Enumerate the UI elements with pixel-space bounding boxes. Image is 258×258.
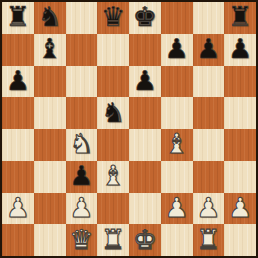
square-d1[interactable]: ♜ [97, 224, 129, 256]
square-d4[interactable] [97, 129, 129, 161]
square-e7[interactable] [129, 34, 161, 66]
piece-white-rook[interactable]: ♜ [196, 226, 220, 253]
square-h8[interactable]: ♜ [224, 2, 256, 34]
square-d6[interactable] [97, 66, 129, 98]
square-d3[interactable]: ♝ [97, 161, 129, 193]
square-b3[interactable] [34, 161, 66, 193]
square-c7[interactable] [66, 34, 98, 66]
square-c5[interactable] [66, 97, 98, 129]
square-b4[interactable] [34, 129, 66, 161]
square-d8[interactable]: ♛ [97, 2, 129, 34]
piece-white-queen[interactable]: ♛ [69, 226, 93, 253]
piece-black-queen[interactable]: ♛ [101, 3, 125, 30]
piece-black-bishop[interactable]: ♝ [38, 35, 62, 62]
piece-black-rook[interactable]: ♜ [6, 3, 30, 30]
square-f7[interactable]: ♟ [161, 34, 193, 66]
square-g3[interactable] [193, 161, 225, 193]
piece-black-rook[interactable]: ♜ [228, 3, 252, 30]
square-d7[interactable] [97, 34, 129, 66]
square-h4[interactable] [224, 129, 256, 161]
square-f3[interactable] [161, 161, 193, 193]
square-g1[interactable]: ♜ [193, 224, 225, 256]
square-a3[interactable] [2, 161, 34, 193]
square-e4[interactable] [129, 129, 161, 161]
square-a6[interactable]: ♟ [2, 66, 34, 98]
square-g8[interactable] [193, 2, 225, 34]
square-b7[interactable]: ♝ [34, 34, 66, 66]
square-f1[interactable] [161, 224, 193, 256]
square-c6[interactable] [66, 66, 98, 98]
piece-black-pawn[interactable]: ♟ [196, 35, 220, 62]
square-g7[interactable]: ♟ [193, 34, 225, 66]
square-d5[interactable]: ♞ [97, 97, 129, 129]
square-c2[interactable]: ♟ [66, 193, 98, 225]
square-b1[interactable] [34, 224, 66, 256]
square-h1[interactable] [224, 224, 256, 256]
piece-black-king[interactable]: ♚ [133, 3, 157, 30]
piece-white-king[interactable]: ♚ [133, 226, 157, 253]
square-c3[interactable]: ♟ [66, 161, 98, 193]
square-f5[interactable] [161, 97, 193, 129]
square-e6[interactable]: ♟ [129, 66, 161, 98]
square-g6[interactable] [193, 66, 225, 98]
piece-white-bishop[interactable]: ♝ [165, 130, 189, 157]
piece-white-knight[interactable]: ♞ [69, 130, 93, 157]
piece-black-knight[interactable]: ♞ [101, 99, 125, 126]
square-e5[interactable] [129, 97, 161, 129]
square-e2[interactable] [129, 193, 161, 225]
piece-black-pawn[interactable]: ♟ [165, 35, 189, 62]
square-b5[interactable] [34, 97, 66, 129]
square-a1[interactable] [2, 224, 34, 256]
square-h5[interactable] [224, 97, 256, 129]
square-b6[interactable] [34, 66, 66, 98]
square-g4[interactable] [193, 129, 225, 161]
square-h2[interactable]: ♟ [224, 193, 256, 225]
square-g2[interactable]: ♟ [193, 193, 225, 225]
square-a7[interactable] [2, 34, 34, 66]
square-c1[interactable]: ♛ [66, 224, 98, 256]
square-f2[interactable]: ♟ [161, 193, 193, 225]
piece-white-pawn[interactable]: ♟ [165, 194, 189, 221]
chess-board: ♜♞♛♚♜♝♟♟♟♟♟♞♞♝♟♝♟♟♟♟♟♛♜♚♜ [0, 0, 258, 258]
piece-black-pawn[interactable]: ♟ [133, 67, 157, 94]
square-e3[interactable] [129, 161, 161, 193]
piece-black-pawn[interactable]: ♟ [228, 35, 252, 62]
square-f6[interactable] [161, 66, 193, 98]
piece-black-pawn[interactable]: ♟ [6, 67, 30, 94]
square-d2[interactable] [97, 193, 129, 225]
piece-black-knight[interactable]: ♞ [38, 3, 62, 30]
square-b8[interactable]: ♞ [34, 2, 66, 34]
square-c4[interactable]: ♞ [66, 129, 98, 161]
square-h3[interactable] [224, 161, 256, 193]
piece-white-pawn[interactable]: ♟ [6, 194, 30, 221]
piece-black-pawn[interactable]: ♟ [69, 162, 93, 189]
piece-white-rook[interactable]: ♜ [101, 226, 125, 253]
square-c8[interactable] [66, 2, 98, 34]
square-e1[interactable]: ♚ [129, 224, 161, 256]
square-f4[interactable]: ♝ [161, 129, 193, 161]
square-f8[interactable] [161, 2, 193, 34]
piece-white-pawn[interactable]: ♟ [196, 194, 220, 221]
piece-white-pawn[interactable]: ♟ [69, 194, 93, 221]
square-a4[interactable] [2, 129, 34, 161]
square-a2[interactable]: ♟ [2, 193, 34, 225]
square-e8[interactable]: ♚ [129, 2, 161, 34]
square-a8[interactable]: ♜ [2, 2, 34, 34]
piece-white-pawn[interactable]: ♟ [228, 194, 252, 221]
square-b2[interactable] [34, 193, 66, 225]
square-g5[interactable] [193, 97, 225, 129]
square-h6[interactable] [224, 66, 256, 98]
piece-white-bishop[interactable]: ♝ [101, 162, 125, 189]
square-a5[interactable] [2, 97, 34, 129]
square-h7[interactable]: ♟ [224, 34, 256, 66]
